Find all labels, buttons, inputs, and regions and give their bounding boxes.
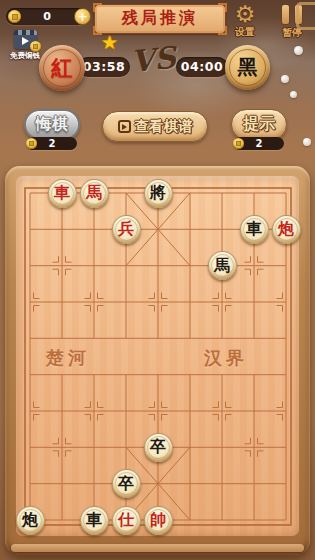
piece-red-兵[interactable]: 兵: [112, 215, 141, 244]
black-player-label: 黑: [238, 54, 258, 81]
undo-button[interactable]: 悔棋: [24, 109, 80, 140]
red-player-disc: 紅: [39, 45, 85, 91]
piece-black-馬[interactable]: 馬: [208, 251, 237, 280]
undo-label: 悔棋: [36, 114, 68, 135]
view-record-label: 查看棋谱: [135, 117, 193, 136]
piece-black-將[interactable]: 將: [144, 179, 173, 208]
view-record-button[interactable]: 查看棋谱: [102, 111, 208, 142]
piece-black-車[interactable]: 車: [240, 215, 269, 244]
piece-grid: 車馬將兵車炮馬卒卒炮車仕帥: [14, 175, 302, 539]
undo-cost-badge: 2: [27, 137, 77, 150]
free-coins-button[interactable]: 免费铜钱: [5, 30, 45, 61]
add-coins-button[interactable]: +: [74, 8, 91, 25]
hint-cost-badge: 2: [234, 137, 284, 150]
piece-black-卒[interactable]: 卒: [112, 469, 141, 498]
undo-count: 2: [27, 137, 77, 150]
piece-red-炮[interactable]: 炮: [272, 215, 301, 244]
coin-balance-bar: 0 +: [6, 8, 88, 25]
free-coins-label: 免费铜钱: [5, 51, 45, 61]
video-clapperboard-icon: [14, 30, 37, 49]
piece-red-帥[interactable]: 帥: [144, 506, 173, 535]
xiangqi-board[interactable]: 楚河 汉界 車馬將兵車炮馬卒卒炮車仕帥: [16, 176, 299, 536]
settings-button[interactable]: ⚙ 设置: [223, 2, 267, 39]
page-title: 残局推演: [95, 5, 225, 30]
piece-black-車[interactable]: 車: [80, 506, 109, 535]
decor-bead: [303, 138, 311, 146]
page-title-plaque: 残局推演: [94, 4, 226, 34]
decor-bead: [281, 75, 289, 83]
piece-red-馬[interactable]: 馬: [80, 179, 109, 208]
piece-black-卒[interactable]: 卒: [144, 433, 173, 462]
black-player-disc: 黑: [225, 45, 270, 90]
piece-black-炮[interactable]: 炮: [16, 506, 45, 535]
hint-label: 提示: [243, 114, 275, 135]
hint-button[interactable]: 提示: [231, 109, 287, 140]
vs-text: VS: [129, 40, 177, 80]
piece-red-車[interactable]: 車: [48, 179, 77, 208]
play-video-icon: [118, 120, 131, 133]
piece-red-仕[interactable]: 仕: [112, 506, 141, 535]
screen-corner-ornament: [296, 2, 315, 30]
red-player-label: 紅: [52, 54, 73, 82]
star-icon: ★: [101, 31, 118, 53]
hint-count: 2: [234, 137, 284, 150]
black-timer: 04:00: [176, 57, 228, 77]
gear-icon: ⚙: [223, 2, 267, 26]
settings-label: 设置: [223, 25, 267, 39]
red-timer: 03:58: [78, 57, 130, 77]
decor-bead: [290, 91, 297, 98]
coin-icon: [30, 41, 41, 52]
decor-bead: [294, 46, 303, 55]
